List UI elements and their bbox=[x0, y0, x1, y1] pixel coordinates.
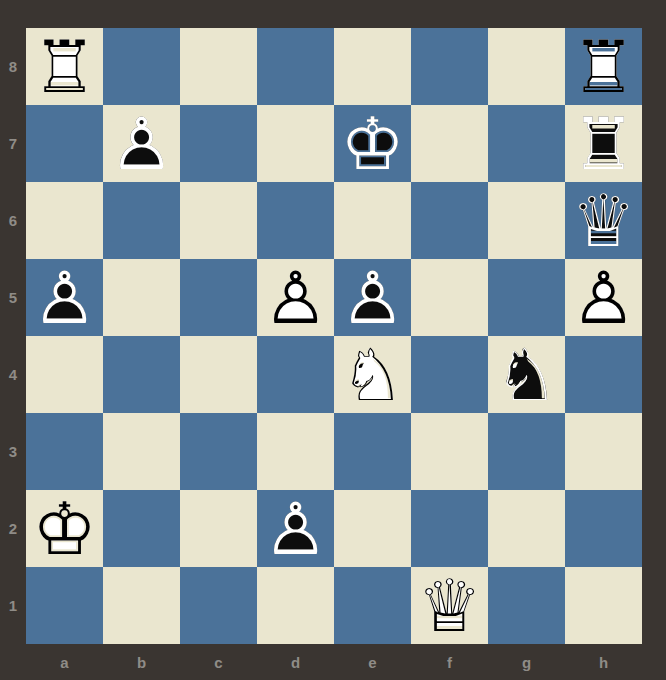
black-pawn-piece[interactable]: ♟♙ bbox=[26, 259, 103, 336]
square-a5[interactable]: ♟♙ bbox=[26, 259, 103, 336]
square-g7[interactable] bbox=[488, 105, 565, 182]
square-e8[interactable] bbox=[334, 28, 411, 105]
square-g4[interactable]: ♞♘ bbox=[488, 336, 565, 413]
rank-label-6: 6 bbox=[0, 182, 26, 259]
square-e5[interactable]: ♟♙ bbox=[334, 259, 411, 336]
square-h7[interactable]: ♜♖ bbox=[565, 105, 642, 182]
square-c1[interactable] bbox=[180, 567, 257, 644]
square-a8[interactable]: ♜♖ bbox=[26, 28, 103, 105]
square-e1[interactable] bbox=[334, 567, 411, 644]
square-b1[interactable] bbox=[103, 567, 180, 644]
square-e7[interactable]: ♚♔ bbox=[334, 105, 411, 182]
square-f2[interactable] bbox=[411, 490, 488, 567]
black-pawn-outline: ♙ bbox=[334, 259, 411, 336]
white-pawn-body: ♟ bbox=[565, 259, 642, 336]
square-c5[interactable] bbox=[180, 259, 257, 336]
square-d3[interactable] bbox=[257, 413, 334, 490]
white-king-body: ♚ bbox=[26, 490, 103, 567]
black-pawn-body: ♟ bbox=[103, 105, 180, 182]
square-g5[interactable] bbox=[488, 259, 565, 336]
black-pawn-piece[interactable]: ♟♙ bbox=[334, 259, 411, 336]
black-pawn-piece[interactable]: ♟♙ bbox=[257, 490, 334, 567]
white-queen-body: ♛ bbox=[411, 567, 488, 644]
square-d6[interactable] bbox=[257, 182, 334, 259]
black-king-piece[interactable]: ♚♔ bbox=[334, 105, 411, 182]
square-h5[interactable]: ♟♙ bbox=[565, 259, 642, 336]
black-pawn-outline: ♙ bbox=[103, 105, 180, 182]
white-knight-body: ♞ bbox=[334, 336, 411, 413]
black-pawn-body: ♟ bbox=[26, 259, 103, 336]
black-rook-outline: ♖ bbox=[565, 105, 642, 182]
square-b7[interactable]: ♟♙ bbox=[103, 105, 180, 182]
square-h8[interactable]: ♜♖ bbox=[565, 28, 642, 105]
black-rook-body: ♜ bbox=[565, 105, 642, 182]
black-pawn-outline: ♙ bbox=[257, 490, 334, 567]
square-e2[interactable] bbox=[334, 490, 411, 567]
white-rook-body: ♜ bbox=[565, 28, 642, 105]
square-a3[interactable] bbox=[26, 413, 103, 490]
white-king-piece[interactable]: ♚♔ bbox=[26, 490, 103, 567]
rank-label-1: 1 bbox=[0, 567, 26, 644]
square-c6[interactable] bbox=[180, 182, 257, 259]
square-c7[interactable] bbox=[180, 105, 257, 182]
square-d8[interactable] bbox=[257, 28, 334, 105]
square-f6[interactable] bbox=[411, 182, 488, 259]
square-a4[interactable] bbox=[26, 336, 103, 413]
file-label-c: c bbox=[180, 644, 257, 680]
square-e6[interactable] bbox=[334, 182, 411, 259]
square-b8[interactable] bbox=[103, 28, 180, 105]
square-b4[interactable] bbox=[103, 336, 180, 413]
white-rook-outline: ♖ bbox=[565, 28, 642, 105]
black-pawn-body: ♟ bbox=[257, 490, 334, 567]
square-d5[interactable]: ♟♙ bbox=[257, 259, 334, 336]
square-e4[interactable]: ♞♘ bbox=[334, 336, 411, 413]
square-a7[interactable] bbox=[26, 105, 103, 182]
square-h3[interactable] bbox=[565, 413, 642, 490]
square-c8[interactable] bbox=[180, 28, 257, 105]
rank-label-7: 7 bbox=[0, 105, 26, 182]
file-label-e: e bbox=[334, 644, 411, 680]
file-label-h: h bbox=[565, 644, 642, 680]
square-e3[interactable] bbox=[334, 413, 411, 490]
square-h2[interactable] bbox=[565, 490, 642, 567]
square-b2[interactable] bbox=[103, 490, 180, 567]
square-h1[interactable] bbox=[565, 567, 642, 644]
black-queen-body: ♛ bbox=[565, 182, 642, 259]
white-knight-piece[interactable]: ♞♘ bbox=[334, 336, 411, 413]
white-rook-piece[interactable]: ♜♖ bbox=[565, 28, 642, 105]
square-b3[interactable] bbox=[103, 413, 180, 490]
rank-label-8: 8 bbox=[0, 28, 26, 105]
file-label-f: f bbox=[411, 644, 488, 680]
black-pawn-piece[interactable]: ♟♙ bbox=[103, 105, 180, 182]
white-pawn-outline: ♙ bbox=[565, 259, 642, 336]
square-d2[interactable]: ♟♙ bbox=[257, 490, 334, 567]
black-pawn-outline: ♙ bbox=[26, 259, 103, 336]
file-labels: abcdefgh bbox=[26, 644, 642, 680]
board-frame: 87654321 ♜♖♜♖♟♙♚♔♜♖♛♕♟♙♟♙♟♙♟♙♞♘♞♘♚♔♟♙♛♕ … bbox=[0, 0, 666, 680]
square-f5[interactable] bbox=[411, 259, 488, 336]
square-f8[interactable] bbox=[411, 28, 488, 105]
square-f1[interactable]: ♛♕ bbox=[411, 567, 488, 644]
square-f4[interactable] bbox=[411, 336, 488, 413]
square-b5[interactable] bbox=[103, 259, 180, 336]
square-c2[interactable] bbox=[180, 490, 257, 567]
square-f7[interactable] bbox=[411, 105, 488, 182]
white-rook-body: ♜ bbox=[26, 28, 103, 105]
chess-board[interactable]: ♜♖♜♖♟♙♚♔♜♖♛♕♟♙♟♙♟♙♟♙♞♘♞♘♚♔♟♙♛♕ bbox=[26, 28, 642, 644]
square-g3[interactable] bbox=[488, 413, 565, 490]
rank-labels: 87654321 bbox=[0, 28, 26, 644]
square-g8[interactable] bbox=[488, 28, 565, 105]
black-knight-outline: ♘ bbox=[488, 336, 565, 413]
white-pawn-body: ♟ bbox=[257, 259, 334, 336]
square-g1[interactable] bbox=[488, 567, 565, 644]
file-label-g: g bbox=[488, 644, 565, 680]
square-g6[interactable] bbox=[488, 182, 565, 259]
square-c3[interactable] bbox=[180, 413, 257, 490]
square-h6[interactable]: ♛♕ bbox=[565, 182, 642, 259]
black-knight-piece[interactable]: ♞♘ bbox=[488, 336, 565, 413]
black-knight-body: ♞ bbox=[488, 336, 565, 413]
black-pawn-body: ♟ bbox=[334, 259, 411, 336]
white-queen-piece[interactable]: ♛♕ bbox=[411, 567, 488, 644]
rank-label-3: 3 bbox=[0, 413, 26, 490]
square-a2[interactable]: ♚♔ bbox=[26, 490, 103, 567]
file-label-b: b bbox=[103, 644, 180, 680]
square-d1[interactable] bbox=[257, 567, 334, 644]
black-queen-piece[interactable]: ♛♕ bbox=[565, 182, 642, 259]
rank-label-4: 4 bbox=[0, 336, 26, 413]
rank-label-2: 2 bbox=[0, 490, 26, 567]
white-rook-outline: ♖ bbox=[26, 28, 103, 105]
white-queen-outline: ♕ bbox=[411, 567, 488, 644]
square-d4[interactable] bbox=[257, 336, 334, 413]
square-b6[interactable] bbox=[103, 182, 180, 259]
square-a6[interactable] bbox=[26, 182, 103, 259]
rank-label-5: 5 bbox=[0, 259, 26, 336]
black-rook-piece[interactable]: ♜♖ bbox=[565, 105, 642, 182]
white-pawn-piece[interactable]: ♟♙ bbox=[565, 259, 642, 336]
square-g2[interactable] bbox=[488, 490, 565, 567]
white-pawn-piece[interactable]: ♟♙ bbox=[257, 259, 334, 336]
black-king-outline: ♔ bbox=[334, 105, 411, 182]
black-king-body: ♚ bbox=[334, 105, 411, 182]
file-label-a: a bbox=[26, 644, 103, 680]
file-label-d: d bbox=[257, 644, 334, 680]
white-king-outline: ♔ bbox=[26, 490, 103, 567]
white-pawn-outline: ♙ bbox=[257, 259, 334, 336]
white-rook-piece[interactable]: ♜♖ bbox=[26, 28, 103, 105]
square-h4[interactable] bbox=[565, 336, 642, 413]
square-d7[interactable] bbox=[257, 105, 334, 182]
white-knight-outline: ♘ bbox=[334, 336, 411, 413]
square-a1[interactable] bbox=[26, 567, 103, 644]
square-c4[interactable] bbox=[180, 336, 257, 413]
square-f3[interactable] bbox=[411, 413, 488, 490]
black-queen-outline: ♕ bbox=[565, 182, 642, 259]
